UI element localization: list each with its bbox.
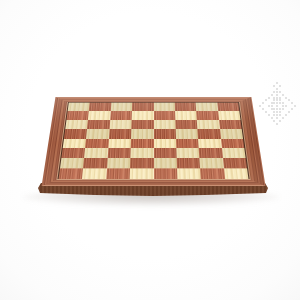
watermark-dot xyxy=(282,102,284,104)
watermark-dot xyxy=(288,99,290,101)
watermark-dot xyxy=(265,111,267,113)
watermark-dot xyxy=(285,105,287,107)
square-b8 xyxy=(89,102,111,111)
watermark-dot xyxy=(271,102,273,104)
square-b2 xyxy=(83,158,107,168)
square-g3 xyxy=(198,148,222,158)
shop-watermark-icon xyxy=(256,82,300,126)
square-f5 xyxy=(175,129,198,138)
square-a7 xyxy=(66,111,89,120)
square-g2 xyxy=(199,158,223,168)
watermark-dot xyxy=(273,102,275,104)
watermark-dot xyxy=(271,108,273,110)
watermark-dot xyxy=(268,114,270,116)
square-b5 xyxy=(86,129,109,138)
watermark-dot xyxy=(273,99,275,101)
square-e5 xyxy=(153,129,175,138)
chess-board xyxy=(41,96,265,185)
watermark-dot xyxy=(276,82,278,84)
square-b4 xyxy=(85,138,108,148)
watermark-dot xyxy=(262,102,264,104)
square-h8 xyxy=(216,102,238,111)
watermark-dot xyxy=(279,102,281,104)
square-f3 xyxy=(176,148,199,158)
square-e1 xyxy=(153,168,177,179)
square-d5 xyxy=(131,129,153,138)
watermark-dot xyxy=(282,105,284,107)
watermark-dot xyxy=(271,117,273,119)
watermark-dot xyxy=(282,94,284,96)
watermark-dot xyxy=(276,123,278,125)
watermark-dot xyxy=(291,102,293,104)
square-d7 xyxy=(131,111,153,120)
square-a8 xyxy=(67,102,89,111)
square-g7 xyxy=(196,111,218,120)
square-h3 xyxy=(221,148,245,158)
square-d2 xyxy=(130,158,153,168)
square-c6 xyxy=(109,120,131,129)
square-d4 xyxy=(130,138,153,148)
watermark-dot xyxy=(291,108,293,110)
square-b7 xyxy=(88,111,110,120)
watermark-dot xyxy=(276,97,278,99)
square-c4 xyxy=(108,138,131,148)
watermark-dot xyxy=(271,94,273,96)
square-d6 xyxy=(131,120,153,129)
watermark-dot xyxy=(273,114,275,116)
square-h7 xyxy=(217,111,240,120)
square-a5 xyxy=(64,129,87,138)
square-f8 xyxy=(174,102,196,111)
watermark-dot xyxy=(276,117,278,119)
square-h6 xyxy=(218,120,241,129)
watermark-dot xyxy=(276,111,278,113)
square-c1 xyxy=(106,168,130,179)
square-g5 xyxy=(197,129,220,138)
watermark-dot xyxy=(276,105,278,107)
watermark-dot xyxy=(279,108,281,110)
square-f7 xyxy=(174,111,196,120)
square-a4 xyxy=(62,138,86,148)
watermark-dot xyxy=(276,91,278,93)
watermark-dot xyxy=(276,99,278,101)
square-c5 xyxy=(108,129,131,138)
square-c7 xyxy=(109,111,131,120)
board-playing-field xyxy=(57,102,249,179)
square-b3 xyxy=(84,148,108,158)
square-c3 xyxy=(107,148,130,158)
square-e3 xyxy=(153,148,176,158)
square-d3 xyxy=(130,148,153,158)
square-g8 xyxy=(195,102,217,111)
square-a1 xyxy=(58,168,83,179)
square-e2 xyxy=(153,158,176,168)
square-d1 xyxy=(129,168,153,179)
square-e8 xyxy=(153,102,174,111)
watermark-dot xyxy=(282,108,284,110)
watermark-dot xyxy=(288,111,290,113)
square-f2 xyxy=(176,158,200,168)
square-d8 xyxy=(132,102,153,111)
watermark-dot xyxy=(294,105,296,107)
watermark-dot xyxy=(276,94,278,96)
watermark-dot xyxy=(279,99,281,101)
square-g1 xyxy=(200,168,224,179)
watermark-dot xyxy=(276,114,278,116)
watermark-dot xyxy=(268,97,270,99)
square-g6 xyxy=(197,120,220,129)
square-b6 xyxy=(87,120,110,129)
watermark-dot xyxy=(285,97,287,99)
square-f6 xyxy=(175,120,197,129)
square-a6 xyxy=(65,120,88,129)
watermark-dot xyxy=(259,105,261,107)
square-c8 xyxy=(110,102,132,111)
square-f4 xyxy=(175,138,198,148)
square-h1 xyxy=(223,168,248,179)
square-h5 xyxy=(219,129,242,138)
square-a3 xyxy=(61,148,85,158)
square-e7 xyxy=(153,111,175,120)
watermark-dot xyxy=(273,85,275,87)
watermark-dot xyxy=(273,97,275,99)
perspective-wrapper xyxy=(0,0,300,300)
watermark-dot xyxy=(265,99,267,101)
square-e6 xyxy=(153,120,175,129)
watermark-dot xyxy=(282,117,284,119)
watermark-dot xyxy=(268,105,270,107)
square-e4 xyxy=(153,138,176,148)
watermark-dot xyxy=(279,91,281,93)
watermark-dot xyxy=(271,105,273,107)
square-a2 xyxy=(59,158,83,168)
square-f1 xyxy=(176,168,200,179)
product-photo xyxy=(0,0,300,300)
watermark-dot xyxy=(279,85,281,87)
watermark-dot xyxy=(262,108,264,110)
watermark-dot xyxy=(273,91,275,93)
watermark-dot xyxy=(273,120,275,122)
square-h4 xyxy=(220,138,244,148)
watermark-dot xyxy=(276,88,278,90)
watermark-dot xyxy=(279,114,281,116)
watermark-dot xyxy=(279,111,281,113)
watermark-dot xyxy=(276,108,278,110)
square-b1 xyxy=(82,168,106,179)
square-h2 xyxy=(222,158,246,168)
watermark-dot xyxy=(273,108,275,110)
watermark-dot xyxy=(285,114,287,116)
square-c2 xyxy=(106,158,130,168)
watermark-dot xyxy=(279,97,281,99)
square-g4 xyxy=(198,138,221,148)
watermark-dot xyxy=(279,120,281,122)
watermark-dot xyxy=(276,102,278,104)
watermark-dot xyxy=(273,111,275,113)
